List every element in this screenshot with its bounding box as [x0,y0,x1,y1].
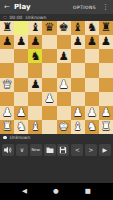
black-pawn: ♟ [30,79,40,91]
app-bar: ← Play OPTIONS ⋮ [0,0,113,14]
white-pawn: ♟ [101,107,111,119]
square-e8[interactable]: ♚ [57,21,71,35]
black-rook: ♜ [2,22,12,34]
new-game-label: New [32,148,40,152]
black-player-clock: 00:00 [10,14,23,21]
square-e5[interactable] [57,63,71,77]
collapse-button[interactable]: ∨ [16,144,28,156]
new-game-button[interactable]: New [30,144,42,156]
sound-button[interactable] [2,144,14,156]
black-player-name: Unknown [25,14,46,21]
square-g7[interactable]: ♟ [85,35,99,49]
square-b8[interactable] [14,21,28,35]
square-f3[interactable] [71,92,85,106]
square-a6[interactable] [0,49,14,63]
black-rook: ♜ [101,22,111,34]
empty-panel [0,158,113,183]
white-pawn: ♟ [87,107,97,119]
square-d2[interactable] [42,106,56,120]
white-side-indicator-icon [3,136,7,140]
square-d3[interactable]: ♟ [42,92,56,106]
black-pawn: ♟ [16,36,26,48]
white-pawn: ♟ [16,107,26,119]
square-b5[interactable] [14,63,28,77]
square-h8[interactable]: ♜ [99,21,113,35]
black-king: ♚ [58,22,68,34]
square-h6[interactable] [99,49,113,63]
back-arrow-icon[interactable]: ← [4,0,10,14]
square-h2[interactable]: ♟ [99,106,113,120]
black-bishop: ♝ [30,22,40,34]
white-knight: ♞ [16,121,26,133]
black-side-indicator-icon [3,16,7,20]
square-d6[interactable] [42,49,56,63]
square-d1[interactable] [42,120,56,134]
black-pawn: ♟ [101,36,111,48]
square-g1[interactable]: ♞ [85,120,99,134]
chess-board: ♜♝♛♚♝♞♜♟♟♟♟♟♟♞♟♛♟♟♟♟♟♟♟♟♜♞♝♚♝♞♜ [0,21,113,134]
square-e3[interactable] [57,92,71,106]
black-player-bar: 00:00 Unknown [0,14,113,21]
square-g3[interactable] [85,92,99,106]
folder-icon [46,146,54,154]
play-moves-button[interactable]: ▶ [99,144,111,156]
square-b3[interactable] [14,92,28,106]
nav-home-button[interactable]: ● [53,188,59,195]
square-c1[interactable]: ♝ [28,120,42,134]
open-button[interactable] [44,144,56,156]
white-bishop: ♝ [73,121,83,133]
nav-recents-button[interactable]: ■ [85,188,91,195]
square-g6[interactable] [85,49,99,63]
square-c5[interactable] [28,63,42,77]
black-knight: ♞ [30,51,40,63]
black-knight: ♞ [87,22,97,34]
square-h4[interactable] [99,78,113,92]
black-pawn: ♟ [58,51,68,63]
square-f1[interactable]: ♝ [71,120,85,134]
white-player-bar: Unknown [0,134,113,141]
square-d4[interactable] [42,78,56,92]
nav-back-button[interactable]: ◀ [22,188,27,195]
square-f8[interactable]: ♝ [71,21,85,35]
square-e7[interactable] [57,35,71,49]
black-bishop: ♝ [73,22,83,34]
square-f7[interactable]: ♟ [71,35,85,49]
white-player-name: Unknown [10,134,31,141]
square-f5[interactable] [71,63,85,77]
black-pawn: ♟ [73,36,83,48]
square-b1[interactable]: ♞ [14,120,28,134]
white-bishop: ♝ [30,121,40,133]
chevron-right-icon: > [89,147,94,153]
square-b4[interactable] [14,78,28,92]
square-b6[interactable] [14,49,28,63]
square-e1[interactable]: ♚ [57,120,71,134]
square-g2[interactable]: ♟ [85,106,99,120]
app-window: ← Play OPTIONS ⋮ 00:00 Unknown ♜♝♛♚♝♞♜♟♟… [0,0,113,200]
black-queen: ♛ [44,22,54,34]
white-knight: ♞ [87,121,97,133]
square-e6[interactable]: ♟ [57,49,71,63]
white-queen: ♛ [2,79,12,91]
square-f6[interactable] [71,49,85,63]
square-c8[interactable]: ♝ [28,21,42,35]
black-pawn: ♟ [87,36,97,48]
square-g5[interactable] [85,63,99,77]
square-c3[interactable] [28,92,42,106]
square-a1[interactable]: ♜ [0,120,14,134]
square-c7[interactable]: ♟ [28,35,42,49]
square-e4[interactable]: ♟ [57,78,71,92]
overflow-menu-icon[interactable]: ⋮ [100,0,109,14]
white-pawn: ♟ [2,107,12,119]
square-d5[interactable] [42,63,56,77]
square-d7[interactable] [42,35,56,49]
page-title: Play [14,3,31,11]
square-g4[interactable] [85,78,99,92]
square-h3[interactable] [99,92,113,106]
black-pawn: ♟ [30,36,40,48]
square-a8[interactable]: ♜ [0,21,14,35]
square-d8[interactable]: ♛ [42,21,56,35]
black-pawn: ♟ [2,36,12,48]
white-rook: ♜ [2,121,12,133]
save-button[interactable] [57,144,69,156]
square-h5[interactable] [99,63,113,77]
square-c6[interactable]: ♞ [28,49,42,63]
square-h1[interactable]: ♜ [99,120,113,134]
square-a2[interactable]: ♟ [0,106,14,120]
square-f2[interactable]: ♟ [71,106,85,120]
square-b7[interactable]: ♟ [14,35,28,49]
square-a3[interactable] [0,92,14,106]
floppy-icon [59,146,67,154]
square-b2[interactable]: ♟ [14,106,28,120]
android-nav-bar: ◀ ● ■ [0,183,113,200]
square-f4[interactable] [71,78,85,92]
options-button[interactable]: OPTIONS [73,5,96,10]
square-a5[interactable] [0,63,14,77]
white-pawn: ♟ [73,107,83,119]
play-icon: ▶ [103,147,108,153]
square-c2[interactable] [28,106,42,120]
white-pawn: ♟ [44,93,54,105]
square-a4[interactable]: ♛ [0,78,14,92]
speaker-icon [4,146,12,154]
white-rook: ♜ [101,121,111,133]
chevron-down-icon: ∨ [20,147,24,153]
square-a7[interactable]: ♟ [0,35,14,49]
square-c4[interactable]: ♟ [28,78,42,92]
square-g8[interactable]: ♞ [85,21,99,35]
square-h7[interactable]: ♟ [99,35,113,49]
chevron-left-icon: < [75,147,80,153]
white-pawn: ♟ [58,79,68,91]
white-king: ♚ [58,121,68,133]
move-forward-button[interactable]: > [85,144,97,156]
move-back-button[interactable]: < [71,144,83,156]
square-e2[interactable] [57,106,71,120]
game-toolbar: ∨New<>▶ [0,141,113,158]
